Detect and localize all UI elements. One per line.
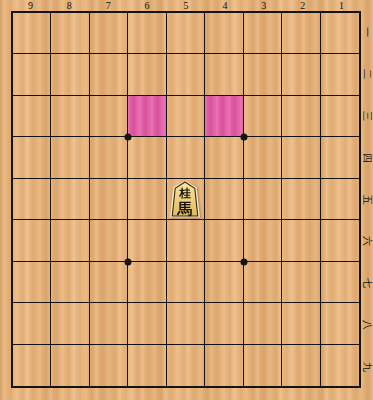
board-square-9b[interactable] [13, 54, 51, 95]
board-square-9f[interactable] [13, 220, 51, 261]
board-square-4h[interactable] [205, 303, 243, 344]
file-label: 6 [128, 0, 167, 11]
board-square-2a[interactable] [282, 13, 320, 54]
board-square-1b[interactable] [321, 54, 359, 95]
board-square-9e[interactable] [13, 179, 51, 220]
hoshi-dot [240, 258, 247, 265]
board-square-3e[interactable] [244, 179, 282, 220]
board-square-7d[interactable] [90, 137, 128, 178]
board-square-8c[interactable] [51, 96, 89, 137]
board-square-5b[interactable] [167, 54, 205, 95]
board-square-9a[interactable] [13, 13, 51, 54]
board-square-3g[interactable] [244, 262, 282, 303]
board-square-8h[interactable] [51, 303, 89, 344]
board-square-5g[interactable] [167, 262, 205, 303]
board-square-2h[interactable] [282, 303, 320, 344]
board-square-1a[interactable] [321, 13, 359, 54]
file-label: 1 [322, 0, 361, 11]
hoshi-dot [125, 134, 132, 141]
file-label: 5 [167, 0, 206, 11]
board-square-9d[interactable] [13, 137, 51, 178]
board-square-7e[interactable] [90, 179, 128, 220]
board-square-3d[interactable] [244, 137, 282, 178]
board-square-6a[interactable] [128, 13, 166, 54]
board-square-8f[interactable] [51, 220, 89, 261]
board-square-5e[interactable]: 桂馬 [167, 179, 205, 220]
file-label: 3 [244, 0, 283, 11]
hoshi-dot [125, 258, 132, 265]
board-square-7h[interactable] [90, 303, 128, 344]
board-square-7a[interactable] [90, 13, 128, 54]
file-label: 2 [283, 0, 322, 11]
board-square-2f[interactable] [282, 220, 320, 261]
board-square-5d[interactable] [167, 137, 205, 178]
board-square-4b[interactable] [205, 54, 243, 95]
board-square-2c[interactable] [282, 96, 320, 137]
board-square-9c[interactable] [13, 96, 51, 137]
board-square-8d[interactable] [51, 137, 89, 178]
board-square-4a[interactable] [205, 13, 243, 54]
board-square-1g[interactable] [321, 262, 359, 303]
board-square-1f[interactable] [321, 220, 359, 261]
board-square-3c[interactable] [244, 96, 282, 137]
board-square-9g[interactable] [13, 262, 51, 303]
board-square-8g[interactable] [51, 262, 89, 303]
file-label: 4 [205, 0, 244, 11]
board-square-3b[interactable] [244, 54, 282, 95]
board-square-4e[interactable] [205, 179, 243, 220]
board-square-5c[interactable] [167, 96, 205, 137]
board-square-8a[interactable] [51, 13, 89, 54]
board-square-9i[interactable] [13, 345, 51, 386]
board-grid: 桂馬 [13, 13, 359, 386]
board-square-6d[interactable] [128, 137, 166, 178]
board-square-6h[interactable] [128, 303, 166, 344]
board-square-1d[interactable] [321, 137, 359, 178]
board-square-6c[interactable] [128, 96, 166, 137]
file-label: 9 [11, 0, 50, 11]
board-square-8b[interactable] [51, 54, 89, 95]
sente-knight-piece[interactable]: 桂馬 [170, 180, 200, 218]
hoshi-dot [240, 134, 247, 141]
board-square-1e[interactable] [321, 179, 359, 220]
board-square-3a[interactable] [244, 13, 282, 54]
shogi-board: 桂馬 [11, 11, 361, 388]
board-square-6e[interactable] [128, 179, 166, 220]
board-square-7f[interactable] [90, 220, 128, 261]
board-square-4f[interactable] [205, 220, 243, 261]
board-square-5i[interactable] [167, 345, 205, 386]
board-square-7b[interactable] [90, 54, 128, 95]
board-square-2b[interactable] [282, 54, 320, 95]
board-square-2d[interactable] [282, 137, 320, 178]
board-square-1c[interactable] [321, 96, 359, 137]
board-square-5h[interactable] [167, 303, 205, 344]
board-square-8e[interactable] [51, 179, 89, 220]
board-square-2i[interactable] [282, 345, 320, 386]
board-square-5f[interactable] [167, 220, 205, 261]
board-square-2g[interactable] [282, 262, 320, 303]
piece-kanji-top: 桂 [179, 186, 192, 200]
file-labels: 9 8 7 6 5 4 3 2 1 [11, 0, 361, 11]
file-label: 7 [89, 0, 128, 11]
rank-labels: 一 二 三 四 五 六 七 八 九 [361, 11, 373, 388]
board-square-7c[interactable] [90, 96, 128, 137]
file-label: 8 [50, 0, 89, 11]
board-square-4d[interactable] [205, 137, 243, 178]
piece-kanji-bottom: 馬 [177, 200, 193, 218]
board-square-5a[interactable] [167, 13, 205, 54]
board-square-4c[interactable] [205, 96, 243, 137]
board-square-6f[interactable] [128, 220, 166, 261]
board-square-3i[interactable] [244, 345, 282, 386]
board-square-7g[interactable] [90, 262, 128, 303]
board-square-6b[interactable] [128, 54, 166, 95]
board-square-6i[interactable] [128, 345, 166, 386]
board-square-3f[interactable] [244, 220, 282, 261]
board-square-3h[interactable] [244, 303, 282, 344]
board-square-4g[interactable] [205, 262, 243, 303]
board-square-1i[interactable] [321, 345, 359, 386]
shogi-diagram: 9 8 7 6 5 4 3 2 1 一 二 三 四 五 六 七 八 九 桂馬 [0, 0, 373, 400]
board-square-2e[interactable] [282, 179, 320, 220]
board-square-8i[interactable] [51, 345, 89, 386]
board-square-7i[interactable] [90, 345, 128, 386]
board-square-6g[interactable] [128, 262, 166, 303]
board-square-4i[interactable] [205, 345, 243, 386]
board-square-1h[interactable] [321, 303, 359, 344]
board-square-9h[interactable] [13, 303, 51, 344]
